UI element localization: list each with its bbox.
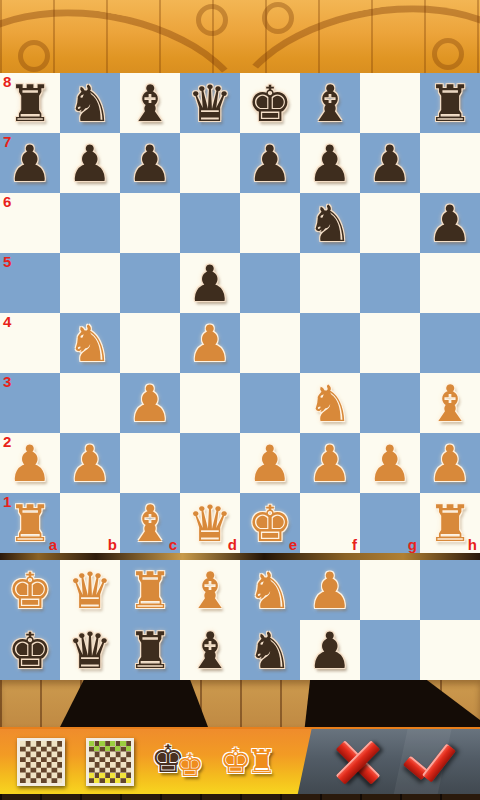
black-king: ♚: [0, 620, 60, 680]
white-pawn: ♟: [300, 433, 360, 493]
square-b2[interactable]: ♟: [60, 433, 120, 493]
square-c4[interactable]: [120, 313, 180, 373]
square-g1[interactable]: g: [360, 493, 420, 553]
square-e6[interactable]: [240, 193, 300, 253]
rank-label: 6: [3, 193, 11, 210]
square-g4[interactable]: [360, 313, 420, 373]
square-e2[interactable]: ♟: [240, 433, 300, 493]
white-bishop: ♝: [420, 373, 480, 433]
square-g3[interactable]: [360, 373, 420, 433]
black-pawn: ♟: [420, 193, 480, 253]
white-pawn: ♟: [360, 433, 420, 493]
square-c2[interactable]: [120, 433, 180, 493]
square-h7[interactable]: [420, 133, 480, 193]
white-rook: ♜: [120, 560, 180, 620]
editor-toolbar: ♚ ♚ ♚ ♜: [0, 727, 480, 794]
square-f2[interactable]: ♟: [300, 433, 360, 493]
black-pawn: ♟: [360, 133, 420, 193]
square-b6[interactable]: [60, 193, 120, 253]
square-f7[interactable]: ♟: [300, 133, 360, 193]
rank-label: 3: [3, 373, 11, 390]
square-f8[interactable]: ♝: [300, 73, 360, 133]
square-f6[interactable]: ♞: [300, 193, 360, 253]
square-b4[interactable]: ♞: [60, 313, 120, 373]
square-g8[interactable]: [360, 73, 420, 133]
square-d8[interactable]: ♛: [180, 73, 240, 133]
file-label: f: [352, 536, 357, 553]
square-d6[interactable]: [180, 193, 240, 253]
palette-black-empty-g[interactable]: [360, 620, 420, 680]
file-label: g: [408, 536, 417, 553]
rank-label: 1: [3, 493, 11, 510]
square-a6[interactable]: 6: [0, 193, 60, 253]
black-queen: ♛: [180, 73, 240, 133]
palette-black-empty-h[interactable]: [420, 620, 480, 680]
black-pawn: ♟: [300, 133, 360, 193]
black-bishop: ♝: [120, 73, 180, 133]
square-d5[interactable]: ♟: [180, 253, 240, 313]
black-pawn: ♟: [120, 133, 180, 193]
square-c8[interactable]: ♝: [120, 73, 180, 133]
file-label: a: [49, 536, 57, 553]
square-c1[interactable]: ♝c: [120, 493, 180, 553]
square-a4[interactable]: 4: [0, 313, 60, 373]
white-king-icon: ♚: [176, 750, 204, 781]
square-d7[interactable]: [180, 133, 240, 193]
square-a7[interactable]: ♟7: [0, 133, 60, 193]
black-bishop: ♝: [300, 73, 360, 133]
white-pawn: ♟: [120, 373, 180, 433]
white-bishop: ♝: [180, 560, 240, 620]
square-e4[interactable]: [240, 313, 300, 373]
square-e5[interactable]: [240, 253, 300, 313]
square-f3[interactable]: ♞: [300, 373, 360, 433]
white-knight: ♞: [60, 313, 120, 373]
square-b3[interactable]: [60, 373, 120, 433]
ornament-knob: [18, 40, 50, 72]
confirm-button[interactable]: [404, 736, 460, 788]
palette-black-pawn[interactable]: ♟: [300, 620, 360, 680]
square-h6[interactable]: ♟: [420, 193, 480, 253]
filled-board-icon: [86, 738, 134, 786]
square-f1[interactable]: f: [300, 493, 360, 553]
white-queen: ♛: [60, 560, 120, 620]
palette-white-knight[interactable]: ♞: [240, 560, 300, 620]
square-h2[interactable]: ♟: [420, 433, 480, 493]
square-a5[interactable]: 5: [0, 253, 60, 313]
file-label: c: [169, 536, 177, 553]
rank-label: 4: [3, 313, 11, 330]
square-g7[interactable]: ♟: [360, 133, 420, 193]
white-rook-icon: ♜: [247, 745, 277, 778]
square-e1[interactable]: ♚e: [240, 493, 300, 553]
white-pawn: ♟: [180, 313, 240, 373]
file-label: d: [228, 536, 237, 553]
black-pawn: ♟: [240, 133, 300, 193]
square-h8[interactable]: ♜: [420, 73, 480, 133]
square-h4[interactable]: [420, 313, 480, 373]
square-c3[interactable]: ♟: [120, 373, 180, 433]
square-d3[interactable]: [180, 373, 240, 433]
black-pawn: ♟: [60, 133, 120, 193]
floor-shadow-right: [303, 680, 480, 727]
white-king-icon: ♚: [220, 744, 251, 779]
square-e8[interactable]: ♚: [240, 73, 300, 133]
square-g2[interactable]: ♟: [360, 433, 420, 493]
square-e3[interactable]: [240, 373, 300, 433]
square-c5[interactable]: [120, 253, 180, 313]
black-knight: ♞: [240, 620, 300, 680]
ornament-knob: [196, 4, 228, 36]
square-b8[interactable]: ♞: [60, 73, 120, 133]
square-a1[interactable]: ♜1a: [0, 493, 60, 553]
file-label: b: [108, 536, 117, 553]
white-pawn: ♟: [420, 433, 480, 493]
square-d1[interactable]: ♛d: [180, 493, 240, 553]
square-h3[interactable]: ♝: [420, 373, 480, 433]
square-e7[interactable]: ♟: [240, 133, 300, 193]
black-rook: ♜: [420, 73, 480, 133]
palette-white-empty-h[interactable]: [420, 560, 480, 620]
white-pawn: ♟: [240, 433, 300, 493]
palette-white-queen[interactable]: ♛: [60, 560, 120, 620]
white-knight: ♞: [300, 373, 360, 433]
rank-label: 8: [3, 73, 11, 90]
white-pawn: ♟: [300, 560, 360, 620]
square-f5[interactable]: [300, 253, 360, 313]
empty-board-icon: [17, 738, 65, 786]
black-pawn: ♟: [180, 253, 240, 313]
wood-floor: [0, 680, 480, 727]
square-g6[interactable]: [360, 193, 420, 253]
square-d2[interactable]: [180, 433, 240, 493]
clear-board-button[interactable]: [15, 736, 67, 788]
black-king-icon: ♚: [151, 740, 185, 778]
board-edge-strip: [0, 553, 480, 560]
palette-white-king[interactable]: ♚: [0, 560, 60, 620]
cancel-button[interactable]: [332, 736, 386, 788]
square-h5[interactable]: [420, 253, 480, 313]
square-g5[interactable]: [360, 253, 420, 313]
white-pawn: ♟: [60, 433, 120, 493]
file-label: e: [289, 536, 297, 553]
white-king: ♚: [0, 560, 60, 620]
palette-black-queen[interactable]: ♛: [60, 620, 120, 680]
black-pawn: ♟: [300, 620, 360, 680]
black-knight: ♞: [300, 193, 360, 253]
palette-white-empty-g[interactable]: [360, 560, 420, 620]
palette-black-king[interactable]: ♚: [0, 620, 60, 680]
rank-label: 2: [3, 433, 11, 450]
castling-rights-button[interactable]: ♚ ♜: [219, 736, 277, 788]
rank-label: 7: [3, 133, 11, 150]
palette-white-rook[interactable]: ♜: [120, 560, 180, 620]
black-bishop: ♝: [180, 620, 240, 680]
carved-wood-header: [0, 0, 480, 73]
palette-black-bishop[interactable]: ♝: [180, 620, 240, 680]
ornament-knob: [262, 2, 294, 34]
square-a2[interactable]: ♟2: [0, 433, 60, 493]
square-b1[interactable]: b: [60, 493, 120, 553]
black-knight: ♞: [60, 73, 120, 133]
black-rook: ♜: [120, 620, 180, 680]
ornament-knob: [432, 38, 464, 70]
file-label: h: [468, 536, 477, 553]
square-c7[interactable]: ♟: [120, 133, 180, 193]
black-queen: ♛: [60, 620, 120, 680]
square-b7[interactable]: ♟: [60, 133, 120, 193]
side-to-move-button[interactable]: ♚ ♚: [151, 736, 209, 788]
floor-shadow-left: [60, 680, 208, 727]
palette-white-bishop[interactable]: ♝: [180, 560, 240, 620]
start-position-button[interactable]: [84, 736, 136, 788]
square-f4[interactable]: [300, 313, 360, 373]
palette-black-knight[interactable]: ♞: [240, 620, 300, 680]
chess-app-screen: ♜8♞♝♛♚♝♜♟7♟♟♟♟♟6♞♟5♟4♞♟3♟♞♝♟2♟♟♟♟♟♜1ab♝c…: [0, 0, 480, 800]
chess-board: ♜8♞♝♛♚♝♜♟7♟♟♟♟♟6♞♟5♟4♞♟3♟♞♝♟2♟♟♟♟♟♜1ab♝c…: [0, 73, 480, 553]
black-king: ♚: [240, 73, 300, 133]
square-a8[interactable]: ♜8: [0, 73, 60, 133]
rank-label: 5: [3, 253, 11, 270]
palette-black-rook[interactable]: ♜: [120, 620, 180, 680]
square-d4[interactable]: ♟: [180, 313, 240, 373]
palette-white-pawn[interactable]: ♟: [300, 560, 360, 620]
square-b5[interactable]: [60, 253, 120, 313]
square-h1[interactable]: ♜h: [420, 493, 480, 553]
square-c6[interactable]: [120, 193, 180, 253]
square-a3[interactable]: 3: [0, 373, 60, 433]
white-knight: ♞: [240, 560, 300, 620]
piece-palette: ♚♛♜♝♞♟♚♛♜♝♞♟: [0, 560, 480, 680]
bottom-wood-strip: [0, 794, 480, 800]
